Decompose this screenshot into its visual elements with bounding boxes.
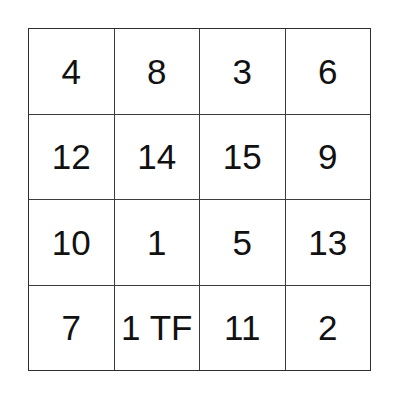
cell-r3c4[interactable]: 13 [286,200,371,285]
cell-r1c4[interactable]: 6 [286,29,371,114]
cell-r1c2[interactable]: 8 [115,29,200,114]
cell-r4c1[interactable]: 7 [29,286,114,371]
cell-r3c1[interactable]: 10 [29,200,114,285]
cell-r2c1[interactable]: 12 [29,115,114,200]
cell-r4c4[interactable]: 2 [286,286,371,371]
cell-r4c3[interactable]: 11 [200,286,285,371]
cell-r2c4[interactable]: 9 [286,115,371,200]
cell-r2c2[interactable]: 14 [115,115,200,200]
cell-r2c3[interactable]: 15 [200,115,285,200]
cell-r3c2[interactable]: 1 [115,200,200,285]
cell-r1c3[interactable]: 3 [200,29,285,114]
cell-r4c2[interactable]: 1 TF [115,286,200,371]
cell-r1c1[interactable]: 4 [29,29,114,114]
puzzle-board: 4 8 3 6 12 14 15 9 10 1 5 13 7 1 TF 11 2 [28,28,371,371]
cell-r3c3[interactable]: 5 [200,200,285,285]
